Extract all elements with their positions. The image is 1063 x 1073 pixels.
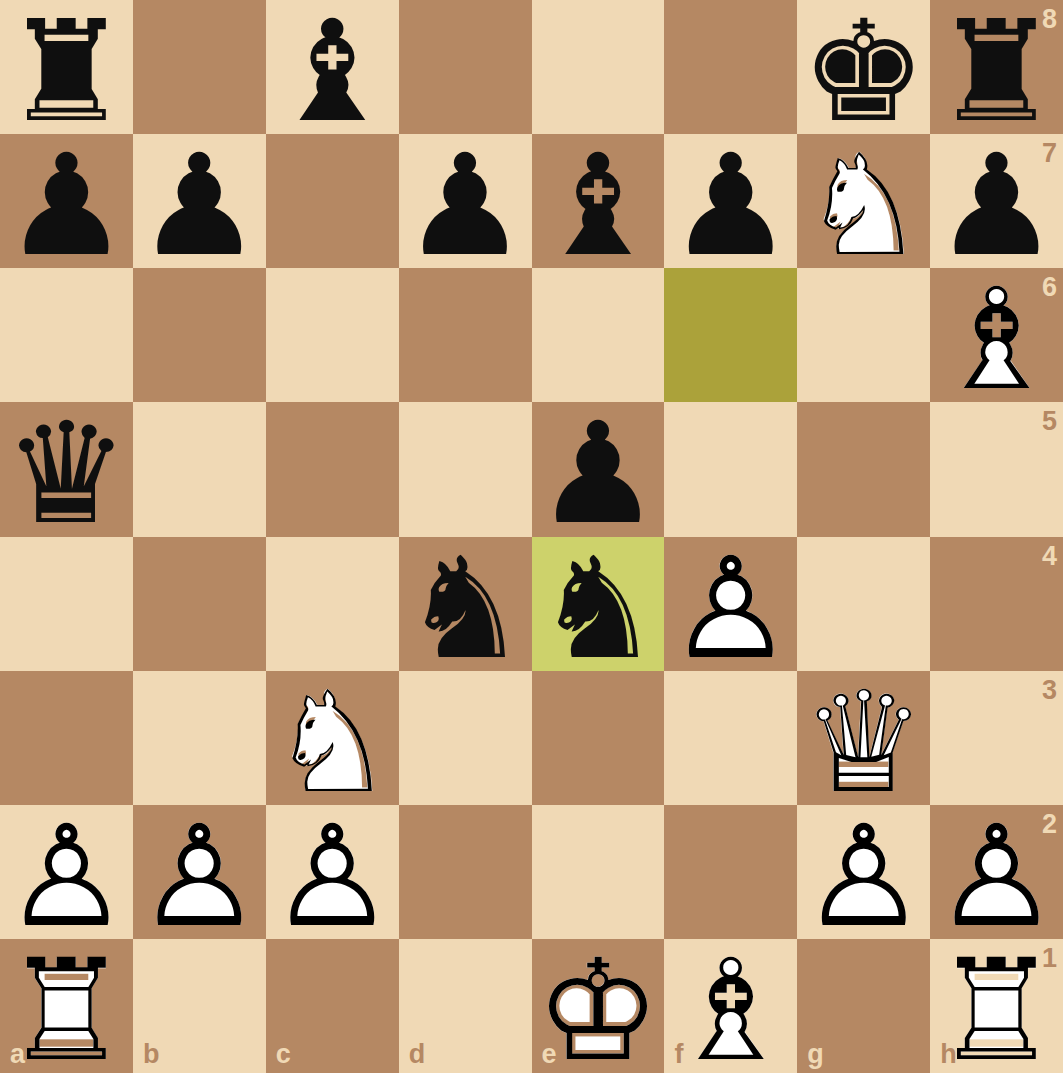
piece-black-pawn[interactable]: ♟ [133, 134, 266, 268]
square-a3[interactable] [0, 671, 133, 805]
white-knight-glyph-outline: ♘ [266, 676, 399, 810]
square-a8[interactable]: ♜ [0, 0, 133, 134]
square-d8[interactable] [399, 0, 532, 134]
square-h1[interactable]: ♜♖h1 [930, 939, 1063, 1073]
square-c7[interactable] [266, 134, 399, 268]
chess-board: ♜♝♚♜8♟♟♟♝♟♞♘♟7♝♗6♛♟5♞♞♟♙4♞♘♛♕3♟♙♟♙♟♙♟♙♟♙… [0, 0, 1063, 1073]
black-knight-glyph-fill: ♞ [399, 542, 532, 676]
rank-label-7: 7 [1042, 140, 1057, 167]
square-a1[interactable]: ♜♖a [0, 939, 133, 1073]
file-label-a: a [10, 1041, 25, 1068]
square-d6[interactable] [399, 268, 532, 402]
square-b4[interactable] [133, 537, 266, 671]
rank-label-4: 4 [1042, 543, 1057, 570]
square-e6[interactable] [532, 268, 665, 402]
square-b6[interactable] [133, 268, 266, 402]
square-f8[interactable] [664, 0, 797, 134]
piece-black-bishop[interactable]: ♝ [532, 134, 665, 268]
square-a2[interactable]: ♟♙ [0, 805, 133, 939]
piece-black-pawn[interactable]: ♟ [399, 134, 532, 268]
white-pawn-glyph-outline: ♙ [797, 810, 930, 944]
white-pawn-glyph-outline: ♙ [266, 810, 399, 944]
white-pawn-glyph-outline: ♙ [133, 810, 266, 944]
square-b8[interactable] [133, 0, 266, 134]
white-bishop-glyph-outline: ♗ [664, 944, 797, 1073]
rank-label-5: 5 [1042, 408, 1057, 435]
piece-white-knight[interactable]: ♞♘ [266, 671, 399, 805]
square-f4[interactable]: ♟♙ [664, 537, 797, 671]
square-g2[interactable]: ♟♙ [797, 805, 930, 939]
square-c5[interactable] [266, 402, 399, 536]
square-d5[interactable] [399, 402, 532, 536]
square-c8[interactable]: ♝ [266, 0, 399, 134]
file-label-e: e [542, 1041, 557, 1068]
black-queen-glyph-fill: ♛ [0, 407, 133, 541]
square-d3[interactable] [399, 671, 532, 805]
piece-white-queen[interactable]: ♛♕ [797, 671, 930, 805]
square-e8[interactable] [532, 0, 665, 134]
square-h7[interactable]: ♟7 [930, 134, 1063, 268]
square-a6[interactable] [0, 268, 133, 402]
black-pawn-glyph-fill: ♟ [399, 139, 532, 273]
piece-black-rook[interactable]: ♜ [0, 0, 133, 134]
square-h3[interactable]: 3 [930, 671, 1063, 805]
square-e3[interactable] [532, 671, 665, 805]
square-a5[interactable]: ♛ [0, 402, 133, 536]
square-f6[interactable] [664, 268, 797, 402]
black-pawn-glyph-fill: ♟ [664, 139, 797, 273]
square-e7[interactable]: ♝ [532, 134, 665, 268]
piece-white-pawn[interactable]: ♟♙ [133, 805, 266, 939]
square-d7[interactable]: ♟ [399, 134, 532, 268]
black-pawn-glyph-fill: ♟ [0, 139, 133, 273]
square-f7[interactable]: ♟ [664, 134, 797, 268]
square-g1[interactable]: g [797, 939, 930, 1073]
square-f5[interactable] [664, 402, 797, 536]
rank-label-6: 6 [1042, 274, 1057, 301]
square-g7[interactable]: ♞♘ [797, 134, 930, 268]
piece-white-pawn[interactable]: ♟♙ [797, 805, 930, 939]
rank-label-2: 2 [1042, 811, 1057, 838]
square-f2[interactable] [664, 805, 797, 939]
piece-white-pawn[interactable]: ♟♙ [266, 805, 399, 939]
piece-white-pawn[interactable]: ♟♙ [0, 805, 133, 939]
black-bishop-glyph-fill: ♝ [266, 5, 399, 139]
piece-black-knight[interactable]: ♞ [399, 537, 532, 671]
square-g4[interactable] [797, 537, 930, 671]
file-label-c: c [276, 1041, 291, 1068]
square-g3[interactable]: ♛♕ [797, 671, 930, 805]
file-label-d: d [409, 1041, 426, 1068]
piece-white-bishop[interactable]: ♝♗ [664, 939, 797, 1073]
square-c4[interactable] [266, 537, 399, 671]
square-d2[interactable] [399, 805, 532, 939]
square-e2[interactable] [532, 805, 665, 939]
black-rook-glyph-fill: ♜ [0, 5, 133, 139]
piece-white-knight[interactable]: ♞♘ [797, 134, 930, 268]
square-b3[interactable] [133, 671, 266, 805]
piece-black-knight[interactable]: ♞ [532, 537, 665, 671]
square-f1[interactable]: ♝♗f [664, 939, 797, 1073]
black-knight-glyph-fill: ♞ [532, 542, 665, 676]
file-label-h: h [940, 1041, 957, 1068]
file-label-g: g [807, 1041, 824, 1068]
piece-black-queen[interactable]: ♛ [0, 402, 133, 536]
square-b2[interactable]: ♟♙ [133, 805, 266, 939]
square-d1[interactable]: d [399, 939, 532, 1073]
square-b5[interactable] [133, 402, 266, 536]
square-e4[interactable]: ♞ [532, 537, 665, 671]
piece-white-pawn[interactable]: ♟♙ [664, 537, 797, 671]
square-c6[interactable] [266, 268, 399, 402]
square-g8[interactable]: ♚ [797, 0, 930, 134]
black-king-glyph-fill: ♚ [797, 5, 930, 139]
square-h6[interactable]: ♝♗6 [930, 268, 1063, 402]
square-d4[interactable]: ♞ [399, 537, 532, 671]
square-g6[interactable] [797, 268, 930, 402]
piece-black-bishop[interactable]: ♝ [266, 0, 399, 134]
square-b1[interactable]: b [133, 939, 266, 1073]
piece-black-pawn[interactable]: ♟ [664, 134, 797, 268]
square-e5[interactable]: ♟ [532, 402, 665, 536]
piece-black-pawn[interactable]: ♟ [532, 402, 665, 536]
square-f3[interactable] [664, 671, 797, 805]
square-h5[interactable]: 5 [930, 402, 1063, 536]
square-a7[interactable]: ♟ [0, 134, 133, 268]
file-label-f: f [674, 1041, 683, 1068]
square-c2[interactable]: ♟♙ [266, 805, 399, 939]
square-a4[interactable] [0, 537, 133, 671]
rank-label-8: 8 [1042, 6, 1057, 33]
square-c3[interactable]: ♞♘ [266, 671, 399, 805]
square-b7[interactable]: ♟ [133, 134, 266, 268]
square-c1[interactable]: c [266, 939, 399, 1073]
white-pawn-glyph-outline: ♙ [664, 542, 797, 676]
square-g5[interactable] [797, 402, 930, 536]
white-knight-glyph-outline: ♘ [797, 139, 930, 273]
black-bishop-glyph-fill: ♝ [532, 139, 665, 273]
piece-black-pawn[interactable]: ♟ [0, 134, 133, 268]
black-pawn-glyph-fill: ♟ [532, 407, 665, 541]
square-h4[interactable]: 4 [930, 537, 1063, 671]
file-label-b: b [143, 1041, 160, 1068]
rank-label-1: 1 [1042, 945, 1057, 972]
square-h8[interactable]: ♜8 [930, 0, 1063, 134]
white-pawn-glyph-outline: ♙ [0, 810, 133, 944]
piece-black-king[interactable]: ♚ [797, 0, 930, 134]
square-h2[interactable]: ♟♙2 [930, 805, 1063, 939]
black-pawn-glyph-fill: ♟ [133, 139, 266, 273]
rank-label-3: 3 [1042, 677, 1057, 704]
square-e1[interactable]: ♚♔e [532, 939, 665, 1073]
white-queen-glyph-outline: ♕ [797, 676, 930, 810]
